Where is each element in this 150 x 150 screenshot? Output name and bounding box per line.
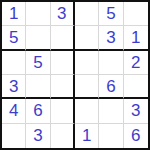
cell-r5c6: 3 bbox=[124, 99, 148, 123]
given-digit: 6 bbox=[131, 127, 140, 144]
cell-r3c2: 5 bbox=[26, 51, 50, 75]
cell-r1c3: 3 bbox=[51, 2, 75, 26]
cell-r2c6: 1 bbox=[124, 26, 148, 50]
cell-r1c6[interactable] bbox=[124, 2, 148, 26]
cell-r3c5[interactable] bbox=[99, 51, 123, 75]
cell-r6c2: 3 bbox=[26, 124, 50, 148]
cell-r4c1: 3 bbox=[2, 75, 26, 99]
cell-r1c1: 1 bbox=[2, 2, 26, 26]
given-digit: 5 bbox=[106, 5, 115, 22]
cell-r1c4[interactable] bbox=[75, 2, 99, 26]
cell-r1c2[interactable] bbox=[26, 2, 50, 26]
cell-r5c3[interactable] bbox=[51, 99, 75, 123]
cell-r6c3[interactable] bbox=[51, 124, 75, 148]
cell-r3c6: 2 bbox=[124, 51, 148, 75]
cell-r4c6[interactable] bbox=[124, 75, 148, 99]
cell-r3c4[interactable] bbox=[75, 51, 99, 75]
cell-r5c1: 4 bbox=[2, 99, 26, 123]
cell-r5c5[interactable] bbox=[99, 99, 123, 123]
cell-r5c4[interactable] bbox=[75, 99, 99, 123]
given-digit: 1 bbox=[82, 127, 91, 144]
given-digit: 3 bbox=[106, 29, 115, 46]
cell-r2c2[interactable] bbox=[26, 26, 50, 50]
cell-r1c5: 5 bbox=[99, 2, 123, 26]
cell-r2c3[interactable] bbox=[51, 26, 75, 50]
cell-r3c3[interactable] bbox=[51, 51, 75, 75]
given-digit: 4 bbox=[9, 102, 18, 119]
given-digit: 1 bbox=[9, 5, 18, 22]
cell-r4c5: 6 bbox=[99, 75, 123, 99]
sudoku-board: 1355315236463316 bbox=[0, 0, 150, 150]
given-digit: 6 bbox=[106, 78, 115, 95]
given-digit: 3 bbox=[57, 5, 66, 22]
given-digit: 5 bbox=[33, 54, 42, 71]
cell-r3c1[interactable] bbox=[2, 51, 26, 75]
cell-r2c4[interactable] bbox=[75, 26, 99, 50]
given-digit: 2 bbox=[131, 54, 140, 71]
cell-r6c1[interactable] bbox=[2, 124, 26, 148]
cell-r4c4[interactable] bbox=[75, 75, 99, 99]
given-digit: 3 bbox=[33, 127, 42, 144]
cell-r2c5: 3 bbox=[99, 26, 123, 50]
given-digit: 5 bbox=[9, 29, 18, 46]
given-digit: 3 bbox=[131, 102, 140, 119]
cell-r5c2: 6 bbox=[26, 99, 50, 123]
cell-r6c6: 6 bbox=[124, 124, 148, 148]
given-digit: 1 bbox=[131, 29, 140, 46]
cell-r6c4: 1 bbox=[75, 124, 99, 148]
cell-r4c2[interactable] bbox=[26, 75, 50, 99]
given-digit: 3 bbox=[9, 78, 18, 95]
cell-r6c5[interactable] bbox=[99, 124, 123, 148]
given-digit: 6 bbox=[33, 102, 42, 119]
cell-r2c1: 5 bbox=[2, 26, 26, 50]
cell-r4c3[interactable] bbox=[51, 75, 75, 99]
